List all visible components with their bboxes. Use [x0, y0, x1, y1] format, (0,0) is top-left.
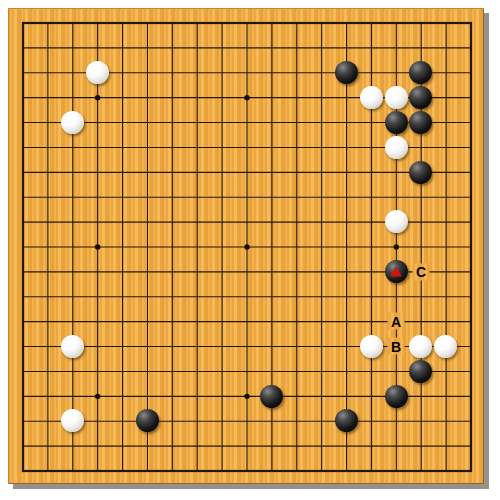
intersection[interactable]: [11, 409, 36, 434]
intersection[interactable]: [309, 359, 334, 384]
intersection[interactable]: [11, 60, 36, 85]
move-label-A[interactable]: A: [388, 313, 405, 330]
intersection[interactable]: [284, 210, 309, 235]
intersection[interactable]: [433, 234, 458, 259]
intersection[interactable]: [85, 85, 110, 110]
intersection[interactable]: [458, 185, 483, 210]
intersection[interactable]: [160, 259, 185, 284]
intersection[interactable]: [210, 409, 235, 434]
intersection[interactable]: [384, 210, 409, 235]
intersection[interactable]: [334, 160, 359, 185]
intersection[interactable]: [160, 458, 185, 483]
intersection[interactable]: [334, 458, 359, 483]
white-stone[interactable]: [434, 335, 457, 358]
intersection[interactable]: [35, 135, 60, 160]
intersection[interactable]: [409, 160, 434, 185]
intersection[interactable]: [35, 309, 60, 334]
intersection[interactable]: [160, 309, 185, 334]
intersection[interactable]: [409, 185, 434, 210]
intersection[interactable]: [409, 284, 434, 309]
intersection[interactable]: [284, 334, 309, 359]
intersection[interactable]: [234, 334, 259, 359]
white-stone[interactable]: [86, 61, 109, 84]
intersection[interactable]: [60, 458, 85, 483]
intersection[interactable]: [259, 284, 284, 309]
intersection[interactable]: [384, 60, 409, 85]
intersection[interactable]: [135, 160, 160, 185]
intersection[interactable]: [309, 85, 334, 110]
move-label-B[interactable]: B: [388, 338, 405, 355]
intersection[interactable]: [60, 433, 85, 458]
intersection[interactable]: [409, 210, 434, 235]
intersection[interactable]: [60, 309, 85, 334]
intersection[interactable]: [458, 35, 483, 60]
intersection[interactable]: [234, 259, 259, 284]
intersection[interactable]: [458, 85, 483, 110]
intersection[interactable]: [135, 334, 160, 359]
marked-black-stone[interactable]: [385, 260, 408, 283]
intersection[interactable]: [185, 11, 210, 36]
black-stone[interactable]: [409, 61, 432, 84]
intersection[interactable]: [60, 11, 85, 36]
intersection[interactable]: [11, 433, 36, 458]
intersection[interactable]: [135, 409, 160, 434]
intersection[interactable]: [334, 60, 359, 85]
intersection[interactable]: [110, 85, 135, 110]
intersection[interactable]: [160, 11, 185, 36]
intersection[interactable]: [160, 284, 185, 309]
intersection[interactable]: [284, 234, 309, 259]
intersection[interactable]: [384, 284, 409, 309]
intersection[interactable]: [35, 433, 60, 458]
intersection[interactable]: [284, 259, 309, 284]
intersection[interactable]: [409, 110, 434, 135]
intersection[interactable]: [110, 160, 135, 185]
intersection[interactable]: [185, 433, 210, 458]
intersection[interactable]: [85, 110, 110, 135]
intersection[interactable]: [35, 384, 60, 409]
white-stone[interactable]: [61, 111, 84, 134]
intersection[interactable]: [85, 359, 110, 384]
intersection[interactable]: [160, 384, 185, 409]
intersection[interactable]: [284, 85, 309, 110]
intersection[interactable]: [359, 409, 384, 434]
intersection[interactable]: [433, 160, 458, 185]
intersection[interactable]: [135, 185, 160, 210]
intersection[interactable]: A: [384, 309, 409, 334]
intersection[interactable]: [35, 185, 60, 210]
black-stone[interactable]: [385, 385, 408, 408]
intersection[interactable]: [359, 309, 384, 334]
intersection[interactable]: [259, 259, 284, 284]
move-label-C[interactable]: C: [412, 263, 429, 280]
intersection[interactable]: [359, 135, 384, 160]
intersection[interactable]: [60, 234, 85, 259]
black-stone[interactable]: [409, 360, 432, 383]
intersection[interactable]: [384, 458, 409, 483]
intersection[interactable]: [234, 234, 259, 259]
white-stone[interactable]: [360, 86, 383, 109]
intersection[interactable]: [359, 85, 384, 110]
intersection[interactable]: [85, 160, 110, 185]
intersection[interactable]: [185, 60, 210, 85]
intersection[interactable]: [135, 384, 160, 409]
intersection[interactable]: [433, 135, 458, 160]
intersection[interactable]: [35, 210, 60, 235]
black-stone[interactable]: [335, 61, 358, 84]
intersection[interactable]: [309, 433, 334, 458]
intersection[interactable]: [409, 11, 434, 36]
white-stone[interactable]: [61, 409, 84, 432]
intersection[interactable]: [359, 458, 384, 483]
intersection[interactable]: [433, 284, 458, 309]
intersection[interactable]: [359, 359, 384, 384]
intersection[interactable]: [259, 334, 284, 359]
white-stone[interactable]: [360, 335, 383, 358]
intersection[interactable]: [433, 433, 458, 458]
intersection[interactable]: [210, 110, 235, 135]
intersection[interactable]: [85, 433, 110, 458]
intersection[interactable]: [309, 60, 334, 85]
intersection[interactable]: [409, 384, 434, 409]
intersection[interactable]: [35, 284, 60, 309]
intersection[interactable]: [210, 35, 235, 60]
intersection[interactable]: [185, 284, 210, 309]
intersection[interactable]: [60, 384, 85, 409]
intersection[interactable]: [210, 359, 235, 384]
intersection[interactable]: [185, 110, 210, 135]
intersection[interactable]: [433, 409, 458, 434]
intersection[interactable]: [110, 11, 135, 36]
intersection[interactable]: [458, 110, 483, 135]
intersection[interactable]: [384, 409, 409, 434]
intersection[interactable]: [234, 384, 259, 409]
intersection[interactable]: [433, 11, 458, 36]
intersection[interactable]: [85, 284, 110, 309]
intersection[interactable]: [234, 11, 259, 36]
intersection[interactable]: [458, 60, 483, 85]
intersection[interactable]: [160, 135, 185, 160]
intersection[interactable]: [160, 85, 185, 110]
intersection[interactable]: [284, 11, 309, 36]
intersection[interactable]: [35, 60, 60, 85]
intersection[interactable]: [309, 210, 334, 235]
black-stone[interactable]: [385, 111, 408, 134]
intersection[interactable]: [35, 458, 60, 483]
intersection[interactable]: [185, 458, 210, 483]
intersection[interactable]: [259, 384, 284, 409]
go-board[interactable]: CAB: [8, 8, 484, 484]
intersection[interactable]: [234, 160, 259, 185]
intersection[interactable]: [135, 210, 160, 235]
intersection[interactable]: [185, 35, 210, 60]
intersection[interactable]: [284, 359, 309, 384]
intersection[interactable]: [135, 284, 160, 309]
black-stone[interactable]: [409, 111, 432, 134]
intersection[interactable]: [135, 35, 160, 60]
intersection[interactable]: [11, 384, 36, 409]
intersection[interactable]: [85, 60, 110, 85]
intersection[interactable]: [259, 160, 284, 185]
intersection[interactable]: [334, 110, 359, 135]
intersection[interactable]: [409, 135, 434, 160]
intersection[interactable]: [185, 210, 210, 235]
intersection[interactable]: [284, 160, 309, 185]
intersection[interactable]: [334, 11, 359, 36]
intersection[interactable]: [35, 359, 60, 384]
intersection[interactable]: [234, 135, 259, 160]
intersection[interactable]: [359, 110, 384, 135]
intersection[interactable]: [458, 433, 483, 458]
intersection[interactable]: B: [384, 334, 409, 359]
white-stone[interactable]: [385, 136, 408, 159]
intersection[interactable]: [135, 135, 160, 160]
intersection[interactable]: [210, 458, 235, 483]
intersection[interactable]: [35, 409, 60, 434]
intersection[interactable]: [384, 359, 409, 384]
intersection[interactable]: [85, 259, 110, 284]
intersection[interactable]: [60, 85, 85, 110]
intersection[interactable]: [334, 259, 359, 284]
intersection[interactable]: [11, 284, 36, 309]
intersection[interactable]: [309, 458, 334, 483]
intersection[interactable]: [35, 110, 60, 135]
intersection[interactable]: [384, 234, 409, 259]
intersection[interactable]: [384, 85, 409, 110]
intersection[interactable]: [309, 309, 334, 334]
intersection[interactable]: [334, 384, 359, 409]
intersection[interactable]: [110, 384, 135, 409]
intersection[interactable]: [160, 359, 185, 384]
intersection[interactable]: [110, 110, 135, 135]
intersection[interactable]: [234, 458, 259, 483]
intersection[interactable]: [185, 259, 210, 284]
intersection[interactable]: [433, 210, 458, 235]
intersection[interactable]: [334, 334, 359, 359]
intersection[interactable]: [35, 85, 60, 110]
intersection[interactable]: [433, 85, 458, 110]
intersection[interactable]: [433, 359, 458, 384]
intersection[interactable]: [309, 384, 334, 409]
intersection[interactable]: [259, 135, 284, 160]
intersection[interactable]: [160, 185, 185, 210]
intersection[interactable]: [110, 284, 135, 309]
intersection[interactable]: [60, 334, 85, 359]
intersection[interactable]: [359, 384, 384, 409]
intersection[interactable]: [384, 35, 409, 60]
intersection[interactable]: [160, 234, 185, 259]
intersection[interactable]: [458, 135, 483, 160]
intersection[interactable]: [259, 359, 284, 384]
intersection[interactable]: [11, 11, 36, 36]
intersection[interactable]: [60, 259, 85, 284]
intersection[interactable]: [259, 309, 284, 334]
intersection[interactable]: [433, 60, 458, 85]
intersection[interactable]: [433, 35, 458, 60]
intersection[interactable]: [135, 234, 160, 259]
intersection[interactable]: [210, 334, 235, 359]
intersection[interactable]: [135, 60, 160, 85]
intersection[interactable]: [284, 384, 309, 409]
intersection[interactable]: [185, 359, 210, 384]
intersection[interactable]: [110, 35, 135, 60]
intersection[interactable]: [284, 433, 309, 458]
white-stone[interactable]: [61, 335, 84, 358]
intersection[interactable]: [458, 458, 483, 483]
intersection[interactable]: [309, 284, 334, 309]
intersection[interactable]: [11, 85, 36, 110]
intersection[interactable]: [60, 284, 85, 309]
intersection[interactable]: [11, 359, 36, 384]
intersection[interactable]: [234, 110, 259, 135]
intersection[interactable]: [11, 309, 36, 334]
intersection[interactable]: [334, 135, 359, 160]
intersection[interactable]: [210, 384, 235, 409]
intersection[interactable]: [309, 160, 334, 185]
intersection[interactable]: [135, 11, 160, 36]
intersection[interactable]: [85, 334, 110, 359]
intersection[interactable]: [458, 234, 483, 259]
intersection[interactable]: [85, 458, 110, 483]
intersection[interactable]: [409, 359, 434, 384]
intersection[interactable]: [384, 433, 409, 458]
black-stone[interactable]: [260, 385, 283, 408]
intersection[interactable]: [384, 160, 409, 185]
intersection[interactable]: [309, 110, 334, 135]
intersection[interactable]: [334, 433, 359, 458]
intersection[interactable]: [85, 135, 110, 160]
intersection[interactable]: [210, 284, 235, 309]
intersection[interactable]: [259, 433, 284, 458]
white-stone[interactable]: [409, 335, 432, 358]
intersection[interactable]: [210, 11, 235, 36]
intersection[interactable]: [334, 284, 359, 309]
intersection[interactable]: [259, 185, 284, 210]
intersection[interactable]: [259, 458, 284, 483]
intersection[interactable]: [259, 110, 284, 135]
intersection[interactable]: [160, 409, 185, 434]
intersection[interactable]: [35, 160, 60, 185]
intersection[interactable]: [458, 284, 483, 309]
intersection[interactable]: [359, 11, 384, 36]
intersection[interactable]: [160, 433, 185, 458]
intersection[interactable]: [234, 433, 259, 458]
intersection[interactable]: [334, 185, 359, 210]
intersection[interactable]: [135, 433, 160, 458]
intersection[interactable]: [185, 409, 210, 434]
intersection[interactable]: [284, 60, 309, 85]
intersection[interactable]: [284, 458, 309, 483]
intersection[interactable]: [234, 185, 259, 210]
intersection[interactable]: [309, 11, 334, 36]
intersection[interactable]: [210, 160, 235, 185]
intersection[interactable]: [11, 110, 36, 135]
intersection[interactable]: [458, 409, 483, 434]
intersection[interactable]: [85, 35, 110, 60]
intersection[interactable]: [11, 210, 36, 235]
intersection[interactable]: [284, 35, 309, 60]
intersection[interactable]: [309, 409, 334, 434]
intersection[interactable]: [334, 359, 359, 384]
intersection[interactable]: [85, 409, 110, 434]
intersection[interactable]: [384, 11, 409, 36]
intersection[interactable]: [384, 135, 409, 160]
intersection[interactable]: [309, 135, 334, 160]
intersection[interactable]: [110, 234, 135, 259]
intersection[interactable]: [60, 359, 85, 384]
intersection[interactable]: [210, 185, 235, 210]
intersection[interactable]: [359, 60, 384, 85]
intersection[interactable]: [110, 135, 135, 160]
intersection[interactable]: [334, 85, 359, 110]
intersection[interactable]: [160, 35, 185, 60]
intersection[interactable]: [433, 384, 458, 409]
intersection[interactable]: [309, 185, 334, 210]
intersection[interactable]: [259, 85, 284, 110]
intersection[interactable]: [85, 185, 110, 210]
intersection[interactable]: [409, 433, 434, 458]
intersection[interactable]: [359, 259, 384, 284]
intersection[interactable]: [185, 334, 210, 359]
intersection[interactable]: [409, 458, 434, 483]
intersection[interactable]: [458, 359, 483, 384]
intersection[interactable]: [409, 85, 434, 110]
intersection[interactable]: [458, 334, 483, 359]
intersection[interactable]: [433, 185, 458, 210]
intersection[interactable]: [85, 11, 110, 36]
intersection[interactable]: [60, 60, 85, 85]
intersection[interactable]: [384, 384, 409, 409]
intersection[interactable]: [135, 85, 160, 110]
intersection[interactable]: [35, 334, 60, 359]
intersection[interactable]: [284, 135, 309, 160]
intersection[interactable]: [110, 210, 135, 235]
intersection[interactable]: [160, 160, 185, 185]
intersection[interactable]: [185, 309, 210, 334]
intersection[interactable]: [359, 334, 384, 359]
intersection[interactable]: [210, 433, 235, 458]
intersection[interactable]: [11, 35, 36, 60]
intersection[interactable]: [309, 234, 334, 259]
intersection[interactable]: [160, 210, 185, 235]
intersection[interactable]: [384, 259, 409, 284]
intersection[interactable]: [11, 234, 36, 259]
intersection[interactable]: [458, 259, 483, 284]
intersection[interactable]: [259, 409, 284, 434]
intersection[interactable]: [309, 35, 334, 60]
intersection[interactable]: [60, 185, 85, 210]
intersection[interactable]: [11, 160, 36, 185]
intersection[interactable]: [309, 259, 334, 284]
intersection[interactable]: [334, 210, 359, 235]
intersection[interactable]: [234, 35, 259, 60]
intersection[interactable]: [110, 259, 135, 284]
intersection[interactable]: [259, 234, 284, 259]
intersection[interactable]: [110, 334, 135, 359]
intersection[interactable]: [458, 309, 483, 334]
intersection[interactable]: [185, 185, 210, 210]
intersection[interactable]: [60, 135, 85, 160]
intersection[interactable]: [110, 185, 135, 210]
intersection[interactable]: [284, 409, 309, 434]
intersection[interactable]: [409, 409, 434, 434]
black-stone[interactable]: [335, 409, 358, 432]
intersection[interactable]: [60, 110, 85, 135]
intersection[interactable]: [135, 458, 160, 483]
intersection[interactable]: [185, 234, 210, 259]
white-stone[interactable]: [385, 86, 408, 109]
intersection[interactable]: [359, 35, 384, 60]
